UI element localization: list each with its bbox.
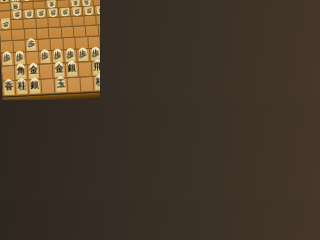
- square-3h[interactable]: [79, 62, 93, 78]
- square-5d[interactable]: [48, 17, 61, 28]
- square-7d[interactable]: [24, 19, 37, 30]
- square-3i[interactable]: [80, 77, 94, 93]
- piece-sente-9i[interactable]: 香: [3, 78, 15, 95]
- square-6d[interactable]: [36, 18, 49, 29]
- piece-sente-8i[interactable]: 桂: [16, 78, 28, 95]
- square-9e[interactable]: [0, 30, 13, 42]
- square-7i[interactable]: 銀: [29, 79, 43, 95]
- square-4e[interactable]: [61, 27, 74, 39]
- square-4h[interactable]: 銀: [66, 63, 80, 79]
- piece-sente-7f[interactable]: 歩: [26, 38, 37, 51]
- shogi-scene: 香桂銀王銀桂香飛金金角歩歩歩歩歩歩歩歩歩歩歩歩歩歩歩歩歩歩角金金銀飛香桂銀玉桂香: [0, 0, 100, 100]
- piece-gote-2c[interactable]: 歩: [83, 5, 93, 15]
- shogi-board[interactable]: 香桂銀王銀桂香飛金金角歩歩歩歩歩歩歩歩歩歩歩歩歩歩歩歩歩歩角金金銀飛香桂銀玉桂香: [0, 0, 100, 100]
- piece-gote-5c[interactable]: 歩: [47, 7, 57, 17]
- square-7f[interactable]: 歩: [25, 40, 38, 53]
- piece-gote-8c[interactable]: 歩: [11, 9, 21, 19]
- square-2i[interactable]: 桂: [93, 76, 100, 92]
- square-6g[interactable]: 歩: [39, 51, 52, 65]
- piece-sente-7h[interactable]: 金: [28, 62, 39, 79]
- square-2d[interactable]: [84, 16, 97, 27]
- piece-sente-5h[interactable]: 金: [54, 61, 65, 78]
- square-1e[interactable]: [98, 25, 100, 37]
- square-9d[interactable]: 歩: [0, 20, 12, 31]
- square-1c[interactable]: 歩: [95, 6, 100, 16]
- square-8e[interactable]: [12, 29, 25, 41]
- square-3d[interactable]: [72, 16, 85, 27]
- piece-gote-5b[interactable]: 金: [46, 0, 56, 8]
- piece-sente-6g[interactable]: 歩: [40, 49, 51, 64]
- piece-gote-2b[interactable]: 角: [82, 0, 92, 6]
- square-8d[interactable]: [12, 19, 25, 30]
- piece-sente-2g[interactable]: 歩: [90, 46, 100, 61]
- piece-gote-8b[interactable]: 飛: [11, 1, 21, 10]
- piece-sente-2i[interactable]: 桂: [94, 74, 100, 91]
- piece-sente-5i[interactable]: 玉: [55, 76, 67, 93]
- square-6h[interactable]: [40, 64, 54, 80]
- piece-gote-6c[interactable]: 歩: [35, 8, 45, 18]
- piece-gote-1c[interactable]: 歩: [95, 5, 100, 15]
- square-3g[interactable]: 歩: [77, 49, 90, 63]
- piece-gote-3c[interactable]: 歩: [71, 6, 81, 16]
- square-6e[interactable]: [37, 28, 50, 40]
- piece-sente-3g[interactable]: 歩: [78, 47, 89, 62]
- piece-sente-4h[interactable]: 銀: [66, 60, 77, 77]
- square-9i[interactable]: 香: [3, 81, 17, 97]
- piece-sente-8g[interactable]: 歩: [14, 50, 25, 65]
- square-2e[interactable]: [86, 25, 99, 37]
- square-5i[interactable]: 玉: [55, 78, 69, 94]
- square-2f[interactable]: [88, 36, 100, 49]
- piece-gote-4c[interactable]: 歩: [59, 6, 69, 16]
- piece-sente-7i[interactable]: 銀: [29, 77, 41, 94]
- square-4d[interactable]: [60, 17, 73, 28]
- square-6i[interactable]: [42, 79, 56, 95]
- piece-gote-9d[interactable]: 歩: [0, 18, 10, 29]
- square-4i[interactable]: [67, 77, 81, 93]
- square-1d[interactable]: [97, 15, 100, 26]
- piece-sente-5g[interactable]: 歩: [52, 48, 63, 63]
- piece-sente-2h[interactable]: 飛: [92, 59, 100, 76]
- square-9g[interactable]: 歩: [1, 53, 14, 67]
- piece-gote-3b[interactable]: 金: [70, 0, 80, 7]
- piece-sente-9g[interactable]: 歩: [2, 51, 13, 66]
- square-8i[interactable]: 桂: [16, 80, 30, 96]
- square-5e[interactable]: [49, 27, 62, 39]
- square-3e[interactable]: [74, 26, 87, 38]
- piece-gote-7c[interactable]: 歩: [23, 8, 33, 18]
- piece-sente-4g[interactable]: 歩: [65, 48, 76, 63]
- piece-sente-8h[interactable]: 角: [15, 63, 26, 80]
- board-tilt-wrapper: 香桂銀王銀桂香飛金金角歩歩歩歩歩歩歩歩歩歩歩歩歩歩歩歩歩歩角金金銀飛香桂銀玉桂香: [0, 0, 100, 100]
